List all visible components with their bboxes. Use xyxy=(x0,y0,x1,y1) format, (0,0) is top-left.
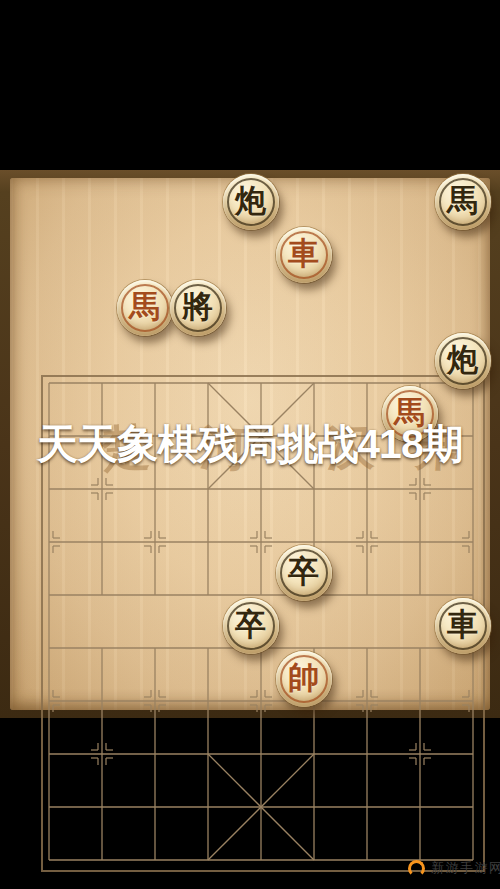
watermark-text: 新游手游网 xyxy=(431,859,500,877)
watermark-logo-icon xyxy=(408,860,425,877)
video-title-overlay: 天天象棋残局挑战418期 xyxy=(0,421,500,468)
piece-black-general[interactable]: 將 xyxy=(170,280,226,336)
piece-black-cannon[interactable]: 炮 xyxy=(223,174,279,230)
piece-glyph: 炮 xyxy=(447,344,478,375)
piece-glyph: 馬 xyxy=(447,185,478,216)
piece-red-chariot[interactable]: 車 xyxy=(276,227,332,283)
piece-black-chariot[interactable]: 車 xyxy=(435,598,491,654)
piece-glyph: 卒 xyxy=(235,609,266,640)
piece-glyph: 卒 xyxy=(288,556,319,587)
piece-glyph: 車 xyxy=(288,238,319,269)
piece-black-cannon[interactable]: 炮 xyxy=(435,333,491,389)
piece-black-horse[interactable]: 馬 xyxy=(435,174,491,230)
piece-red-horse[interactable]: 馬 xyxy=(117,280,173,336)
piece-glyph: 車 xyxy=(447,609,478,640)
piece-glyph: 帥 xyxy=(288,662,319,693)
piece-glyph: 將 xyxy=(182,291,213,322)
piece-glyph: 炮 xyxy=(235,185,266,216)
piece-glyph: 馬 xyxy=(129,291,160,322)
piece-red-general[interactable]: 帥 xyxy=(276,651,332,707)
piece-black-soldier[interactable]: 卒 xyxy=(276,545,332,601)
screenshot-root: 楚 河 汉 界 炮馬車馬將炮馬卒卒車帥 天天象棋残局挑战418期 新游手游网 xyxy=(0,0,500,889)
piece-black-soldier[interactable]: 卒 xyxy=(223,598,279,654)
site-watermark: 新游手游网 xyxy=(408,859,500,877)
